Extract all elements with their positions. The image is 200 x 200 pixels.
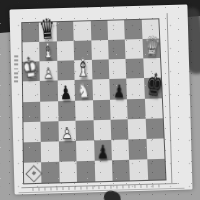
square-b3 [41,121,59,142]
square-g2 [129,139,147,160]
square-b1 [41,162,59,183]
chess-mat: ♛♝♗♛♕♚♔♟♙♝♗♟♞♘♟♚♟♙♟ [9,5,192,195]
square-a8 [22,23,39,43]
square-b5 [40,81,58,101]
piece-black-pawn-e2: ♟ [97,142,109,161]
square-h2 [146,138,164,159]
photo-chessboard-overhead: ♛♝♗♛♕♚♔♟♙♝♗♟♞♘♟♚♟♙♟ [0,0,200,200]
square-f7 [108,40,126,60]
square-e4 [93,99,111,120]
square-f4 [110,99,128,120]
square-g1 [129,159,147,180]
square-f1 [112,160,130,181]
mat-border-line-right [167,13,173,183]
piece-white-knight-d5: ♞♘ [76,81,91,102]
square-a3 [23,121,41,142]
piece-white-pawn-c3: ♟♙ [61,125,73,142]
piece-white-queen-h7: ♛♕ [143,32,161,60]
square-f2 [111,139,129,160]
piece-white-pawn-b6: ♟♙ [43,66,54,82]
illegible-brand-text-left [14,55,18,83]
square-g5 [126,78,144,98]
square-g6 [126,59,144,79]
piece-black-pawn-f5: ♟ [113,82,125,100]
square-g7 [125,39,143,59]
square-b4 [40,101,58,122]
square-h3 [145,118,163,139]
square-f3 [110,119,128,140]
square-e8 [90,21,108,41]
square-g8 [124,20,142,40]
square-e1 [94,160,112,181]
square-d3 [76,120,94,141]
square-g3 [128,118,146,139]
square-e7 [91,40,109,60]
square-e3 [93,119,111,140]
square-d1 [77,161,95,182]
square-d2 [76,140,94,161]
square-d8 [73,21,91,41]
square-c7 [57,41,75,61]
piece-white-bishop-b7: ♝♗ [41,42,55,63]
square-a4 [23,101,41,122]
square-b2 [41,141,59,162]
square-c1 [59,161,77,182]
square-g4 [127,98,145,119]
square-c2 [59,141,77,162]
square-c6 [57,61,75,81]
chess-board: ♛♝♗♛♕♚♔♟♙♝♗♟♞♘♟♚♟♙♟ [21,18,166,184]
square-c8 [56,22,73,42]
square-e6 [91,60,109,80]
square-a2 [24,142,42,163]
square-e5 [92,79,110,99]
square-h1 [147,159,165,180]
piece-black-king-h5: ♚ [144,68,165,101]
piece-black-pawn-c5: ♟ [60,82,73,101]
square-f8 [107,20,125,40]
square-f6 [109,59,127,79]
